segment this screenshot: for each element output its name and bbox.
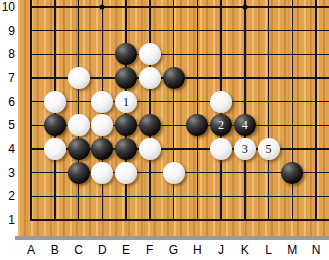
row-label-5: 5 <box>0 118 15 132</box>
col-label-g: G <box>166 243 182 257</box>
stone-black-h5 <box>186 114 208 136</box>
stone-black-e5 <box>115 114 137 136</box>
grid-vline-F <box>149 0 151 221</box>
stone-white-e3 <box>115 162 137 184</box>
row-label-1: 1 <box>0 213 15 227</box>
col-label-k: K <box>237 243 253 257</box>
stone-white-c5 <box>68 114 90 136</box>
grid-vline-K <box>244 0 246 221</box>
move-number-5: 5 <box>266 138 272 160</box>
stone-black-c4 <box>68 138 90 160</box>
stone-black-j5: 2 <box>210 114 232 136</box>
row-label-7: 7 <box>0 71 15 85</box>
board-bottom-shadow <box>15 236 329 240</box>
grid-hline-9 <box>30 30 329 32</box>
stone-white-c7 <box>68 67 90 89</box>
move-number-4: 4 <box>242 114 248 136</box>
stone-black-b5 <box>44 114 66 136</box>
star-point-d10 <box>100 5 105 10</box>
go-diagram: 2413510987654321ABCDEFGHJKLMN <box>0 0 329 260</box>
stone-black-e7 <box>115 67 137 89</box>
star-point-k10 <box>242 5 247 10</box>
stone-black-k5: 4 <box>234 114 256 136</box>
grid-vline-C <box>78 0 80 221</box>
stone-white-f8 <box>139 43 161 65</box>
stone-white-e6: 1 <box>115 91 137 113</box>
stone-white-f4 <box>139 138 161 160</box>
grid-hline-1 <box>30 219 329 221</box>
stone-white-b6 <box>44 91 66 113</box>
stone-white-b4 <box>44 138 66 160</box>
row-label-9: 9 <box>0 24 15 38</box>
col-label-d: D <box>94 243 110 257</box>
row-label-2: 2 <box>0 189 15 203</box>
move-number-1: 1 <box>123 91 129 113</box>
row-label-10: 10 <box>0 0 15 14</box>
grid-vline-M <box>292 0 294 221</box>
col-label-e: E <box>118 243 134 257</box>
stone-white-g3 <box>163 162 185 184</box>
move-number-3: 3 <box>242 138 248 160</box>
col-label-j: J <box>213 243 229 257</box>
grid-vline-L <box>268 0 270 221</box>
col-label-a: A <box>23 243 39 257</box>
stone-white-d3 <box>91 162 113 184</box>
move-number-2: 2 <box>218 114 224 136</box>
stone-black-d4 <box>91 138 113 160</box>
stone-white-d5 <box>91 114 113 136</box>
stone-white-j6 <box>210 91 232 113</box>
stone-black-e4 <box>115 138 137 160</box>
col-label-l: L <box>261 243 277 257</box>
stone-white-j4 <box>210 138 232 160</box>
stone-black-m3 <box>281 162 303 184</box>
row-label-3: 3 <box>0 166 15 180</box>
col-label-b: B <box>47 243 63 257</box>
col-label-f: F <box>142 243 158 257</box>
grid-vline-H <box>197 0 199 221</box>
col-label-m: M <box>284 243 300 257</box>
row-label-6: 6 <box>0 95 15 109</box>
row-label-8: 8 <box>0 47 15 61</box>
grid-hline-8 <box>30 54 329 56</box>
stone-black-g7 <box>163 67 185 89</box>
col-label-n: N <box>308 243 324 257</box>
stone-white-l4: 5 <box>258 138 280 160</box>
col-label-c: C <box>71 243 87 257</box>
grid-hline-6 <box>30 101 329 103</box>
row-label-4: 4 <box>0 142 15 156</box>
stone-black-f5 <box>139 114 161 136</box>
col-label-h: H <box>189 243 205 257</box>
grid-hline-10 <box>30 6 329 8</box>
stone-white-f7 <box>139 67 161 89</box>
grid-vline-G <box>173 0 175 221</box>
grid-vline-A <box>30 0 32 221</box>
stone-white-k4: 3 <box>234 138 256 160</box>
stone-black-c3 <box>68 162 90 184</box>
stone-white-d6 <box>91 91 113 113</box>
grid-hline-2 <box>30 196 329 198</box>
stone-black-e8 <box>115 43 137 65</box>
grid-vline-N <box>315 0 317 221</box>
